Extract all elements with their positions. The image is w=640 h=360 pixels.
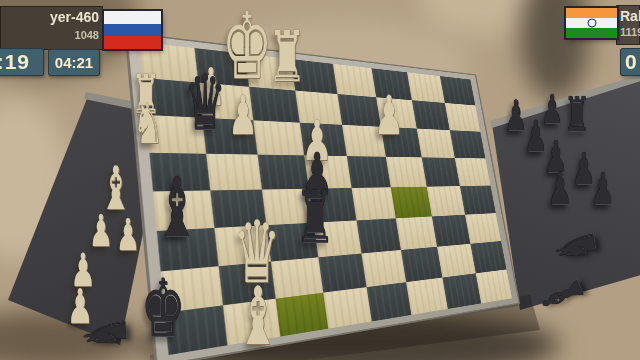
square-b8[interactable] (442, 273, 481, 309)
piece-b-g3[interactable]: ♛ (184, 65, 226, 141)
square-a2[interactable] (445, 103, 481, 132)
player-right-rating: 1119 (620, 26, 640, 38)
player-right-main-clock: 0 (620, 48, 640, 76)
piece-b-h6[interactable]: ♝ (154, 167, 200, 249)
square-d5[interactable] (352, 187, 396, 220)
piece-b-h8[interactable]: ♚ (141, 269, 185, 349)
game-screen: ♚♜♟♟♟♟♛♝♛♟♜♝♚♞♜♞♝♟♟♟♟♟♟♜♟♟♟♟♟♞♝ yer-460 … (0, 0, 640, 360)
ashoka-chakra-icon (587, 19, 596, 28)
square-c4[interactable] (386, 157, 427, 188)
player-right-panel: Rah 1119 (616, 5, 640, 45)
player-left-panel: yer-460 1048 (0, 6, 103, 50)
player-left-name: yer-460 (50, 9, 99, 25)
square-b4[interactable] (422, 157, 460, 186)
square-d4[interactable] (347, 156, 391, 188)
square-f8[interactable] (276, 293, 329, 337)
piece-w-e1[interactable]: ♜ (268, 22, 307, 92)
square-a4[interactable] (455, 158, 491, 186)
player-left-secondary-clock: 04:21 (48, 49, 100, 76)
india-flag-icon (566, 8, 617, 38)
square-g4[interactable] (206, 154, 262, 191)
square-a7[interactable] (470, 241, 506, 273)
piece-w-f3[interactable]: ♟ (228, 88, 258, 142)
captured-white-piece: ♟ (116, 213, 140, 257)
square-c8[interactable] (406, 278, 448, 315)
square-d8[interactable] (367, 282, 412, 321)
captured-white-piece: ♟ (67, 283, 94, 331)
square-c5[interactable] (391, 187, 432, 219)
captured-white-piece: ♞ (132, 96, 163, 152)
piece-w-f8[interactable]: ♝ (236, 277, 280, 357)
piece-w-f1[interactable]: ♚ (221, 0, 272, 92)
square-c7[interactable] (401, 247, 442, 282)
square-a5[interactable] (460, 186, 496, 215)
square-b2[interactable] (412, 100, 450, 130)
square-d6[interactable] (357, 218, 401, 253)
square-e8[interactable] (323, 287, 371, 328)
square-f3[interactable] (253, 120, 304, 155)
player-left-main-clock: 8:19 (0, 48, 44, 76)
square-e7[interactable] (318, 253, 366, 292)
piece-w-c3[interactable]: ♟ (374, 88, 404, 142)
square-b6[interactable] (432, 215, 471, 247)
captured-black-piece: ♟ (591, 167, 615, 211)
square-a3[interactable] (450, 130, 486, 158)
player-right-name: Rah (620, 8, 640, 24)
square-b3[interactable] (417, 129, 455, 158)
player-left-rating: 1048 (75, 29, 99, 41)
square-a1[interactable] (440, 76, 475, 105)
square-b5[interactable] (427, 186, 465, 216)
square-d1[interactable] (333, 64, 376, 97)
piece-b-e6[interactable]: ♜ (295, 181, 335, 253)
russia-flag-icon (104, 11, 161, 49)
square-a6[interactable] (465, 213, 501, 244)
square-a8[interactable] (476, 269, 512, 303)
square-c6[interactable] (396, 216, 437, 250)
square-d7[interactable] (362, 250, 407, 287)
captured-black-piece: ♟ (547, 166, 572, 211)
square-b7[interactable] (437, 244, 476, 278)
